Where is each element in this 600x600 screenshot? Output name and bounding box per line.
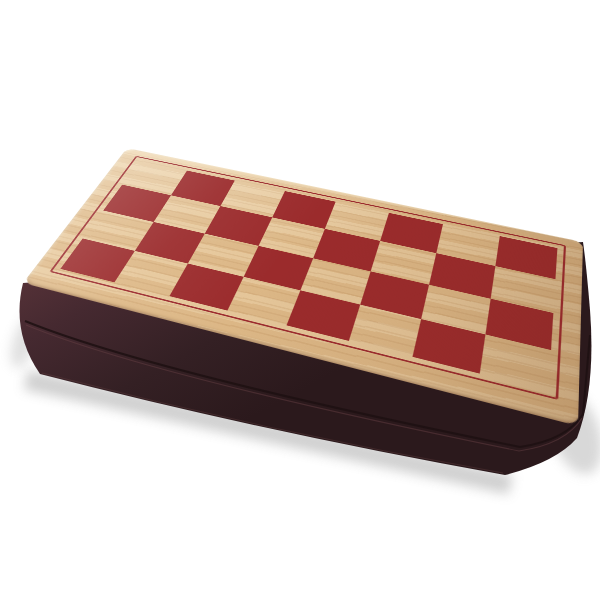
chessboard-box (0, 0, 600, 600)
